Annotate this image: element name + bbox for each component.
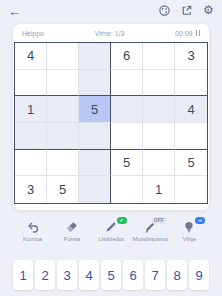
cell-r4c4[interactable] <box>111 123 143 150</box>
status-bar: Helppo Virhe: 1/3 00:09 <box>13 24 209 42</box>
back-button[interactable]: ← <box>8 4 21 19</box>
undo-icon <box>26 220 40 234</box>
cell-r5c6[interactable]: 5 <box>175 150 207 177</box>
pause-button[interactable] <box>196 30 201 36</box>
numpad-7[interactable]: 7 <box>145 260 165 290</box>
cell-r1c2[interactable] <box>47 43 79 70</box>
numpad: 123456789 <box>13 260 209 290</box>
cell-r4c1[interactable] <box>15 123 47 150</box>
tool-label: Muistiinpanot <box>133 236 168 242</box>
tool-label: Kumoa <box>23 236 42 242</box>
cell-r2c5[interactable] <box>143 70 175 97</box>
numpad-1[interactable]: 1 <box>13 260 33 290</box>
game-card: Helppo Virhe: 1/3 00:09 46315455351 <box>13 24 209 210</box>
cell-r6c1[interactable]: 3 <box>15 176 47 203</box>
cell-r3c2[interactable] <box>47 96 79 123</box>
cell-r3c6[interactable]: 4 <box>175 96 207 123</box>
timer: 00:09 <box>175 30 193 37</box>
cell-r2c3[interactable] <box>79 70 111 97</box>
cell-r5c2[interactable] <box>47 150 79 177</box>
cell-r3c4[interactable] <box>111 96 143 123</box>
eraser-icon <box>65 220 79 234</box>
numpad-2[interactable]: 2 <box>35 260 55 290</box>
cell-r4c5[interactable] <box>143 123 175 150</box>
cell-r6c2[interactable]: 5 <box>47 176 79 203</box>
cell-r2c6[interactable] <box>175 70 207 97</box>
cell-r3c1[interactable]: 1 <box>15 96 47 123</box>
cell-r1c3[interactable] <box>79 43 111 70</box>
cell-r5c5[interactable] <box>143 150 175 177</box>
cell-r3c5[interactable] <box>143 96 175 123</box>
tool-lisätiedot[interactable]: ✓Lisätiedot <box>91 220 130 252</box>
tool-muistiinpanot[interactable]: OFFMuistiinpanot <box>131 220 170 252</box>
badge-green: ✓ <box>117 217 127 224</box>
badge-gray: OFF <box>152 217 166 224</box>
top-nav: ← ⚙ <box>0 0 222 24</box>
numpad-4[interactable]: 4 <box>79 260 99 290</box>
sudoku-board: 46315455351 <box>14 42 208 204</box>
share-icon[interactable] <box>180 4 193 17</box>
cell-r2c2[interactable] <box>47 70 79 97</box>
mistakes-counter: Virhe: 1/3 <box>95 30 125 37</box>
palette-icon[interactable] <box>158 4 171 17</box>
toolbar: KumoaPoista✓LisätiedotOFFMuistiinpanot∞V… <box>13 220 209 252</box>
cell-r6c4[interactable] <box>111 176 143 203</box>
difficulty-label: Helppo <box>22 30 44 37</box>
pencil-icon <box>104 220 118 234</box>
tool-label: Poista <box>63 236 80 242</box>
cell-r2c4[interactable] <box>111 70 143 97</box>
cell-r1c1[interactable]: 4 <box>15 43 47 70</box>
cell-r4c3[interactable] <box>79 123 111 150</box>
numpad-6[interactable]: 6 <box>123 260 143 290</box>
bulb-icon <box>182 220 196 234</box>
cell-r2c1[interactable] <box>15 70 47 97</box>
settings-gear-icon[interactable]: ⚙ <box>202 4 215 17</box>
cell-r5c3[interactable] <box>79 150 111 177</box>
numpad-8[interactable]: 8 <box>167 260 187 290</box>
tool-poista[interactable]: Poista <box>52 220 91 252</box>
cell-r5c4[interactable]: 5 <box>111 150 143 177</box>
cell-r4c6[interactable] <box>175 123 207 150</box>
numpad-5[interactable]: 5 <box>101 260 121 290</box>
numpad-9[interactable]: 9 <box>189 260 209 290</box>
numpad-3[interactable]: 3 <box>57 260 77 290</box>
tool-kumoa[interactable]: Kumoa <box>13 220 52 252</box>
cell-r6c5[interactable]: 1 <box>143 176 175 203</box>
cell-r3c3[interactable]: 5 <box>79 96 111 123</box>
cell-r5c1[interactable] <box>15 150 47 177</box>
cell-r1c5[interactable] <box>143 43 175 70</box>
cell-r1c6[interactable]: 3 <box>175 43 207 70</box>
tool-label: Lisätiedot <box>98 236 124 242</box>
tool-vihje[interactable]: ∞Vihje <box>170 220 209 252</box>
tool-label: Vihje <box>183 236 196 242</box>
cell-r6c6[interactable] <box>175 176 207 203</box>
cell-r6c3[interactable] <box>79 176 111 203</box>
cell-r1c4[interactable]: 6 <box>111 43 143 70</box>
cell-r4c2[interactable] <box>47 123 79 150</box>
badge-blue: ∞ <box>195 217 205 224</box>
